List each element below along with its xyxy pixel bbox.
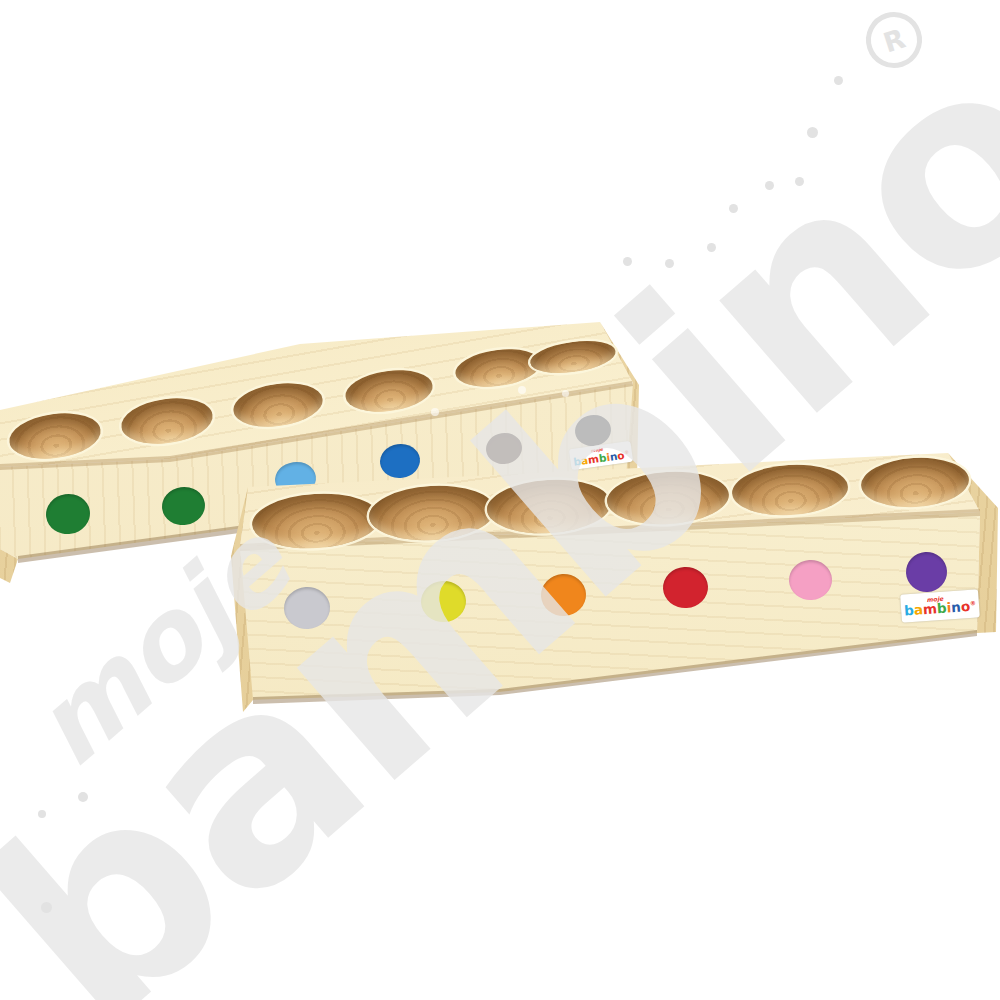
brand-sticker-front: moje bambino® <box>900 589 980 622</box>
watermark-dot <box>78 792 88 802</box>
sticker-bambino-text: bambino® <box>904 600 977 619</box>
sticker-letter: m <box>922 600 937 617</box>
watermark-dot <box>665 259 674 268</box>
watermark-dot <box>518 386 526 394</box>
watermark-dot <box>431 408 439 416</box>
front-block: moje bambino® <box>0 0 1000 1000</box>
watermark-dot <box>623 257 632 266</box>
watermark-dot <box>38 810 46 818</box>
sticker-moje-text: moje <box>926 596 943 603</box>
watermark-dot <box>729 204 738 213</box>
watermark-dot <box>707 243 716 252</box>
watermark-dot <box>834 76 843 85</box>
watermark-dot <box>41 902 52 913</box>
product-photo: moje bambino® moje bambino® moje bambino… <box>0 0 1000 1000</box>
watermark-dot <box>807 127 818 138</box>
watermark-dot <box>795 177 804 186</box>
watermark-dot <box>765 181 774 190</box>
watermark-dot <box>562 390 569 397</box>
